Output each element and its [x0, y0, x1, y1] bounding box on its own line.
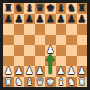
square-f6[interactable] — [56, 24, 67, 35]
white-pawn[interactable]: ♟ — [67, 66, 76, 77]
black-pawn[interactable]: ♟ — [77, 14, 86, 25]
black-pawn[interactable]: ♟ — [67, 14, 76, 25]
square-c1[interactable]: ♝ — [24, 77, 35, 88]
white-pawn[interactable]: ♟ — [35, 66, 44, 77]
square-d7[interactable]: ♟ — [35, 14, 46, 25]
square-g1[interactable]: ♞ — [66, 77, 77, 88]
square-a8[interactable]: ♜ — [3, 3, 14, 14]
board-frame: ♜♞♝♛♚♝♞♜♟♟♟♟♟♟♟♟♟♟♟♟♟♟♟♟♜♞♝♛♚♝♞♜ — [0, 0, 90, 90]
square-h1[interactable]: ♜ — [77, 77, 88, 88]
square-g5[interactable] — [66, 35, 77, 46]
black-pawn[interactable]: ♟ — [4, 14, 13, 25]
white-pawn[interactable]: ♟ — [4, 66, 13, 77]
square-f2[interactable]: ♟ — [56, 66, 67, 77]
black-knight[interactable]: ♞ — [14, 3, 23, 14]
square-d5[interactable] — [35, 35, 46, 46]
square-e1[interactable]: ♚ — [45, 77, 56, 88]
black-rook[interactable]: ♜ — [77, 3, 86, 14]
square-b5[interactable] — [14, 35, 25, 46]
square-g8[interactable]: ♞ — [66, 3, 77, 14]
white-king[interactable]: ♚ — [46, 77, 55, 88]
black-pawn[interactable]: ♟ — [35, 14, 44, 25]
square-c6[interactable] — [24, 24, 35, 35]
square-f8[interactable]: ♝ — [56, 3, 67, 14]
square-c8[interactable]: ♝ — [24, 3, 35, 14]
square-g4[interactable] — [66, 45, 77, 56]
square-d6[interactable] — [35, 24, 46, 35]
white-bishop[interactable]: ♝ — [56, 77, 65, 88]
square-g6[interactable] — [66, 24, 77, 35]
square-f5[interactable] — [56, 35, 67, 46]
square-a1[interactable]: ♜ — [3, 77, 14, 88]
square-h5[interactable] — [77, 35, 88, 46]
square-b7[interactable]: ♟ — [14, 14, 25, 25]
square-e4[interactable]: ♟ — [45, 45, 56, 56]
square-e2[interactable] — [45, 66, 56, 77]
square-a7[interactable]: ♟ — [3, 14, 14, 25]
black-pawn[interactable]: ♟ — [46, 14, 55, 25]
square-d4[interactable] — [35, 45, 46, 56]
square-d2[interactable]: ♟ — [35, 66, 46, 77]
white-pawn[interactable]: ♟ — [56, 66, 65, 77]
square-h7[interactable]: ♟ — [77, 14, 88, 25]
white-rook[interactable]: ♜ — [77, 77, 86, 88]
square-a2[interactable]: ♟ — [3, 66, 14, 77]
black-rook[interactable]: ♜ — [4, 3, 13, 14]
square-g7[interactable]: ♟ — [66, 14, 77, 25]
square-e6[interactable] — [45, 24, 56, 35]
white-pawn[interactable]: ♟ — [46, 45, 55, 56]
square-h6[interactable] — [77, 24, 88, 35]
chess-board[interactable]: ♜♞♝♛♚♝♞♜♟♟♟♟♟♟♟♟♟♟♟♟♟♟♟♟♜♞♝♛♚♝♞♜ — [3, 3, 87, 87]
square-c2[interactable]: ♟ — [24, 66, 35, 77]
white-pawn[interactable]: ♟ — [77, 66, 86, 77]
white-queen[interactable]: ♛ — [35, 77, 44, 88]
black-bishop[interactable]: ♝ — [25, 3, 34, 14]
square-a5[interactable] — [3, 35, 14, 46]
chess-app: ♜♞♝♛♚♝♞♜♟♟♟♟♟♟♟♟♟♟♟♟♟♟♟♟♜♞♝♛♚♝♞♜ — [0, 0, 90, 90]
square-h8[interactable]: ♜ — [77, 3, 88, 14]
square-b1[interactable]: ♞ — [14, 77, 25, 88]
black-pawn[interactable]: ♟ — [56, 14, 65, 25]
square-c7[interactable]: ♟ — [24, 14, 35, 25]
black-bishop[interactable]: ♝ — [56, 3, 65, 14]
white-pawn[interactable]: ♟ — [14, 66, 23, 77]
square-e8[interactable]: ♚ — [45, 3, 56, 14]
square-g2[interactable]: ♟ — [66, 66, 77, 77]
square-h4[interactable] — [77, 45, 88, 56]
square-f4[interactable] — [56, 45, 67, 56]
square-b4[interactable] — [14, 45, 25, 56]
square-c5[interactable] — [24, 35, 35, 46]
white-knight[interactable]: ♞ — [14, 77, 23, 88]
square-h2[interactable]: ♟ — [77, 66, 88, 77]
square-e3[interactable] — [45, 56, 56, 67]
square-a6[interactable] — [3, 24, 14, 35]
square-f1[interactable]: ♝ — [56, 77, 67, 88]
square-c4[interactable] — [24, 45, 35, 56]
square-b2[interactable]: ♟ — [14, 66, 25, 77]
black-king[interactable]: ♚ — [46, 3, 55, 14]
white-pawn[interactable]: ♟ — [25, 66, 34, 77]
white-rook[interactable]: ♜ — [4, 77, 13, 88]
square-d1[interactable]: ♛ — [35, 77, 46, 88]
square-a4[interactable] — [3, 45, 14, 56]
square-f7[interactable]: ♟ — [56, 14, 67, 25]
square-d8[interactable]: ♛ — [35, 3, 46, 14]
black-pawn[interactable]: ♟ — [25, 14, 34, 25]
square-b6[interactable] — [14, 24, 25, 35]
white-bishop[interactable]: ♝ — [25, 77, 34, 88]
square-e7[interactable]: ♟ — [45, 14, 56, 25]
black-queen[interactable]: ♛ — [35, 3, 44, 14]
black-knight[interactable]: ♞ — [67, 3, 76, 14]
black-pawn[interactable]: ♟ — [14, 14, 23, 25]
square-b8[interactable]: ♞ — [14, 3, 25, 14]
white-knight[interactable]: ♞ — [67, 77, 76, 88]
